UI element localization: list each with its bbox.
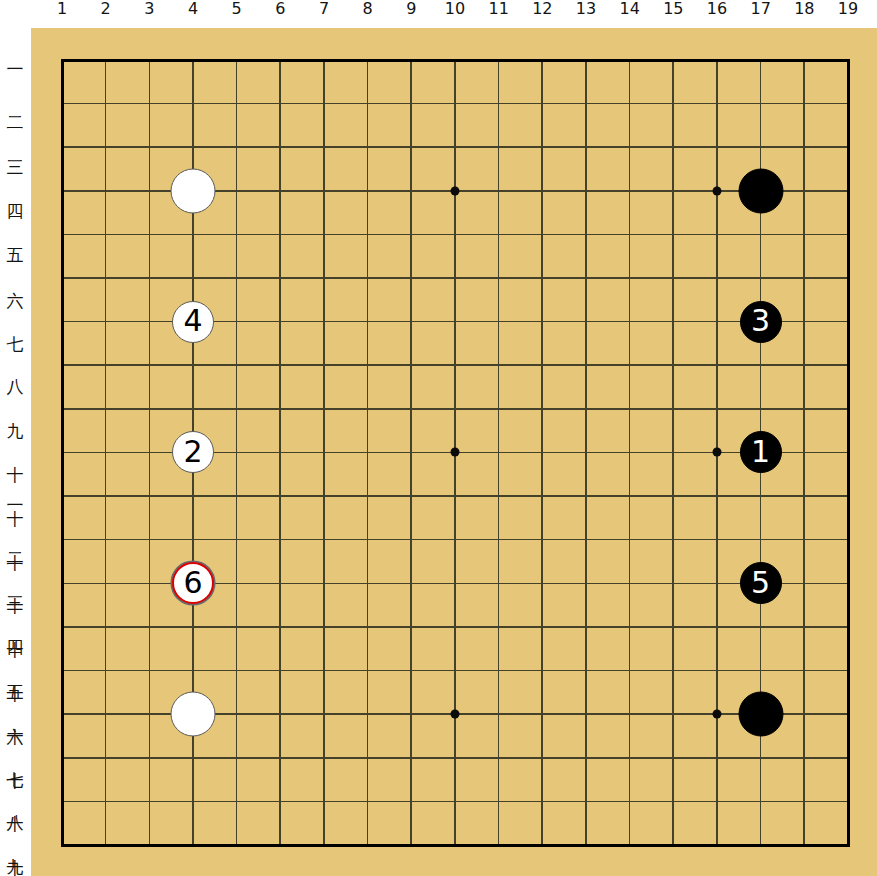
intersection-15-2[interactable]	[651, 82, 695, 126]
intersection-14-16[interactable]	[608, 692, 652, 736]
intersection-1-6[interactable]	[40, 256, 84, 300]
intersection-9-7[interactable]	[389, 300, 433, 344]
intersection-1-15[interactable]	[40, 649, 84, 693]
intersection-3-3[interactable]	[128, 125, 172, 169]
intersection-19-12[interactable]	[826, 518, 870, 562]
intersection-10-4[interactable]	[433, 169, 477, 213]
intersection-8-17[interactable]	[346, 736, 390, 780]
intersection-11-14[interactable]	[477, 605, 521, 649]
intersection-15-4[interactable]	[651, 169, 695, 213]
intersection-5-1[interactable]	[215, 38, 259, 82]
intersection-14-17[interactable]	[608, 736, 652, 780]
intersection-17-2[interactable]	[739, 82, 783, 126]
intersection-16-9[interactable]	[695, 387, 739, 431]
intersection-13-3[interactable]	[564, 125, 608, 169]
intersection-6-4[interactable]	[258, 169, 302, 213]
intersection-13-19[interactable]	[564, 823, 608, 867]
intersection-12-12[interactable]	[520, 518, 564, 562]
intersection-16-1[interactable]	[695, 38, 739, 82]
intersection-19-1[interactable]	[826, 38, 870, 82]
intersection-18-2[interactable]	[782, 82, 826, 126]
intersection-6-18[interactable]	[258, 780, 302, 824]
intersection-3-1[interactable]	[128, 38, 172, 82]
intersection-1-14[interactable]	[40, 605, 84, 649]
intersection-18-5[interactable]	[782, 213, 826, 257]
stone-black[interactable]	[738, 692, 783, 737]
intersection-15-1[interactable]	[651, 38, 695, 82]
intersection-7-6[interactable]	[302, 256, 346, 300]
intersection-9-2[interactable]	[389, 82, 433, 126]
intersection-5-18[interactable]	[215, 780, 259, 824]
intersection-11-16[interactable]	[477, 692, 521, 736]
intersection-14-14[interactable]	[608, 605, 652, 649]
intersection-14-3[interactable]	[608, 125, 652, 169]
intersection-19-3[interactable]	[826, 125, 870, 169]
intersection-3-18[interactable]	[128, 780, 172, 824]
intersection-4-3[interactable]	[171, 125, 215, 169]
intersection-1-19[interactable]	[40, 823, 84, 867]
intersection-6-12[interactable]	[258, 518, 302, 562]
intersection-16-8[interactable]	[695, 343, 739, 387]
intersection-12-5[interactable]	[520, 213, 564, 257]
intersection-2-9[interactable]	[84, 387, 128, 431]
intersection-18-4[interactable]	[782, 169, 826, 213]
intersection-17-9[interactable]	[739, 387, 783, 431]
intersection-6-10[interactable]	[258, 431, 302, 475]
intersection-19-19[interactable]	[826, 823, 870, 867]
intersection-13-9[interactable]	[564, 387, 608, 431]
intersection-2-2[interactable]	[84, 82, 128, 126]
intersection-12-7[interactable]	[520, 300, 564, 344]
stone-black-3[interactable]: 3	[740, 301, 782, 343]
intersection-14-13[interactable]	[608, 562, 652, 606]
intersection-11-9[interactable]	[477, 387, 521, 431]
intersection-5-13[interactable]	[215, 562, 259, 606]
intersection-12-8[interactable]	[520, 343, 564, 387]
intersection-17-12[interactable]	[739, 518, 783, 562]
intersection-2-13[interactable]	[84, 562, 128, 606]
intersection-9-1[interactable]	[389, 38, 433, 82]
intersection-1-16[interactable]	[40, 692, 84, 736]
intersection-16-6[interactable]	[695, 256, 739, 300]
intersection-1-18[interactable]	[40, 780, 84, 824]
intersection-3-15[interactable]	[128, 649, 172, 693]
intersection-10-16[interactable]	[433, 692, 477, 736]
intersection-4-2[interactable]	[171, 82, 215, 126]
intersection-14-4[interactable]	[608, 169, 652, 213]
intersection-16-3[interactable]	[695, 125, 739, 169]
intersection-16-7[interactable]	[695, 300, 739, 344]
intersection-9-14[interactable]	[389, 605, 433, 649]
intersection-10-8[interactable]	[433, 343, 477, 387]
intersection-1-3[interactable]	[40, 125, 84, 169]
intersection-4-19[interactable]	[171, 823, 215, 867]
intersection-19-7[interactable]	[826, 300, 870, 344]
intersection-4-18[interactable]	[171, 780, 215, 824]
intersection-5-2[interactable]	[215, 82, 259, 126]
intersection-3-5[interactable]	[128, 213, 172, 257]
intersection-10-7[interactable]	[433, 300, 477, 344]
intersection-14-15[interactable]	[608, 649, 652, 693]
intersection-5-12[interactable]	[215, 518, 259, 562]
intersection-8-18[interactable]	[346, 780, 390, 824]
intersection-11-15[interactable]	[477, 649, 521, 693]
intersection-1-5[interactable]	[40, 213, 84, 257]
intersection-8-16[interactable]	[346, 692, 390, 736]
intersection-10-15[interactable]	[433, 649, 477, 693]
intersection-5-19[interactable]	[215, 823, 259, 867]
intersection-14-6[interactable]	[608, 256, 652, 300]
intersection-11-8[interactable]	[477, 343, 521, 387]
intersection-14-9[interactable]	[608, 387, 652, 431]
intersection-15-8[interactable]	[651, 343, 695, 387]
intersection-11-12[interactable]	[477, 518, 521, 562]
intersection-17-4[interactable]	[739, 169, 783, 213]
intersection-10-10[interactable]	[433, 431, 477, 475]
intersection-3-4[interactable]	[128, 169, 172, 213]
intersection-11-5[interactable]	[477, 213, 521, 257]
intersection-18-3[interactable]	[782, 125, 826, 169]
intersection-15-15[interactable]	[651, 649, 695, 693]
intersection-18-6[interactable]	[782, 256, 826, 300]
intersection-13-13[interactable]	[564, 562, 608, 606]
intersection-4-4[interactable]	[171, 169, 215, 213]
intersection-19-2[interactable]	[826, 82, 870, 126]
intersection-6-1[interactable]	[258, 38, 302, 82]
intersection-4-14[interactable]	[171, 605, 215, 649]
intersection-12-11[interactable]	[520, 474, 564, 518]
intersection-7-5[interactable]	[302, 213, 346, 257]
intersection-15-3[interactable]	[651, 125, 695, 169]
intersection-3-10[interactable]	[128, 431, 172, 475]
intersection-18-13[interactable]	[782, 562, 826, 606]
intersection-3-11[interactable]	[128, 474, 172, 518]
intersection-1-7[interactable]	[40, 300, 84, 344]
intersection-17-6[interactable]	[739, 256, 783, 300]
intersection-9-4[interactable]	[389, 169, 433, 213]
intersection-10-11[interactable]	[433, 474, 477, 518]
intersection-6-6[interactable]	[258, 256, 302, 300]
intersection-19-11[interactable]	[826, 474, 870, 518]
intersection-8-2[interactable]	[346, 82, 390, 126]
intersection-9-3[interactable]	[389, 125, 433, 169]
intersection-7-9[interactable]	[302, 387, 346, 431]
intersection-14-1[interactable]	[608, 38, 652, 82]
intersection-11-10[interactable]	[477, 431, 521, 475]
intersection-5-11[interactable]	[215, 474, 259, 518]
intersection-2-8[interactable]	[84, 343, 128, 387]
intersection-15-9[interactable]	[651, 387, 695, 431]
intersection-1-1[interactable]	[40, 38, 84, 82]
intersection-1-4[interactable]	[40, 169, 84, 213]
intersection-9-10[interactable]	[389, 431, 433, 475]
intersection-9-8[interactable]	[389, 343, 433, 387]
intersection-4-6[interactable]	[171, 256, 215, 300]
intersection-13-1[interactable]	[564, 38, 608, 82]
intersection-16-10[interactable]	[695, 431, 739, 475]
stone-white-6[interactable]: 6	[172, 562, 214, 604]
intersection-16-19[interactable]	[695, 823, 739, 867]
intersection-10-13[interactable]	[433, 562, 477, 606]
intersection-15-13[interactable]	[651, 562, 695, 606]
intersection-10-12[interactable]	[433, 518, 477, 562]
intersection-15-6[interactable]	[651, 256, 695, 300]
intersection-15-19[interactable]	[651, 823, 695, 867]
intersection-3-2[interactable]	[128, 82, 172, 126]
intersection-4-16[interactable]	[171, 692, 215, 736]
intersection-8-1[interactable]	[346, 38, 390, 82]
intersection-9-16[interactable]	[389, 692, 433, 736]
intersection-8-12[interactable]	[346, 518, 390, 562]
intersection-17-7[interactable]: 3	[739, 300, 783, 344]
intersection-6-3[interactable]	[258, 125, 302, 169]
intersection-2-12[interactable]	[84, 518, 128, 562]
intersection-14-18[interactable]	[608, 780, 652, 824]
intersection-3-12[interactable]	[128, 518, 172, 562]
intersection-7-19[interactable]	[302, 823, 346, 867]
intersection-4-7[interactable]: 4	[171, 300, 215, 344]
intersection-5-14[interactable]	[215, 605, 259, 649]
intersection-12-1[interactable]	[520, 38, 564, 82]
intersection-14-8[interactable]	[608, 343, 652, 387]
intersection-7-16[interactable]	[302, 692, 346, 736]
intersection-15-7[interactable]	[651, 300, 695, 344]
intersection-2-19[interactable]	[84, 823, 128, 867]
intersection-7-13[interactable]	[302, 562, 346, 606]
intersection-6-14[interactable]	[258, 605, 302, 649]
intersection-9-6[interactable]	[389, 256, 433, 300]
intersection-19-9[interactable]	[826, 387, 870, 431]
intersection-9-18[interactable]	[389, 780, 433, 824]
intersection-2-10[interactable]	[84, 431, 128, 475]
intersection-19-14[interactable]	[826, 605, 870, 649]
intersection-18-19[interactable]	[782, 823, 826, 867]
intersection-15-16[interactable]	[651, 692, 695, 736]
intersection-1-2[interactable]	[40, 82, 84, 126]
intersection-14-7[interactable]	[608, 300, 652, 344]
intersection-3-8[interactable]	[128, 343, 172, 387]
intersection-12-3[interactable]	[520, 125, 564, 169]
intersection-13-7[interactable]	[564, 300, 608, 344]
intersection-17-18[interactable]	[739, 780, 783, 824]
intersection-8-7[interactable]	[346, 300, 390, 344]
intersection-5-17[interactable]	[215, 736, 259, 780]
intersection-6-2[interactable]	[258, 82, 302, 126]
intersection-19-8[interactable]	[826, 343, 870, 387]
stone-black[interactable]	[738, 168, 783, 213]
intersection-13-6[interactable]	[564, 256, 608, 300]
intersection-2-11[interactable]	[84, 474, 128, 518]
intersection-12-2[interactable]	[520, 82, 564, 126]
intersection-10-19[interactable]	[433, 823, 477, 867]
intersection-10-3[interactable]	[433, 125, 477, 169]
intersection-19-16[interactable]	[826, 692, 870, 736]
intersection-12-9[interactable]	[520, 387, 564, 431]
intersection-7-2[interactable]	[302, 82, 346, 126]
intersection-17-17[interactable]	[739, 736, 783, 780]
intersection-9-17[interactable]	[389, 736, 433, 780]
intersection-7-17[interactable]	[302, 736, 346, 780]
intersection-17-14[interactable]	[739, 605, 783, 649]
intersection-16-15[interactable]	[695, 649, 739, 693]
intersection-16-16[interactable]	[695, 692, 739, 736]
intersection-4-12[interactable]	[171, 518, 215, 562]
intersection-5-6[interactable]	[215, 256, 259, 300]
intersection-2-7[interactable]	[84, 300, 128, 344]
intersection-10-17[interactable]	[433, 736, 477, 780]
intersection-8-8[interactable]	[346, 343, 390, 387]
intersection-16-17[interactable]	[695, 736, 739, 780]
intersection-6-5[interactable]	[258, 213, 302, 257]
intersection-18-9[interactable]	[782, 387, 826, 431]
intersection-12-17[interactable]	[520, 736, 564, 780]
intersection-6-19[interactable]	[258, 823, 302, 867]
intersection-12-14[interactable]	[520, 605, 564, 649]
intersection-2-14[interactable]	[84, 605, 128, 649]
intersection-7-14[interactable]	[302, 605, 346, 649]
intersection-5-3[interactable]	[215, 125, 259, 169]
intersection-9-9[interactable]	[389, 387, 433, 431]
intersection-13-12[interactable]	[564, 518, 608, 562]
intersection-9-19[interactable]	[389, 823, 433, 867]
intersection-16-5[interactable]	[695, 213, 739, 257]
intersection-11-4[interactable]	[477, 169, 521, 213]
intersection-11-19[interactable]	[477, 823, 521, 867]
intersection-3-14[interactable]	[128, 605, 172, 649]
intersection-5-4[interactable]	[215, 169, 259, 213]
intersection-12-19[interactable]	[520, 823, 564, 867]
intersection-18-7[interactable]	[782, 300, 826, 344]
intersection-19-5[interactable]	[826, 213, 870, 257]
intersection-3-7[interactable]	[128, 300, 172, 344]
intersection-5-5[interactable]	[215, 213, 259, 257]
stone-white[interactable]	[170, 168, 215, 213]
intersection-10-18[interactable]	[433, 780, 477, 824]
intersection-14-5[interactable]	[608, 213, 652, 257]
intersection-7-18[interactable]	[302, 780, 346, 824]
intersection-2-17[interactable]	[84, 736, 128, 780]
intersection-8-19[interactable]	[346, 823, 390, 867]
intersection-18-10[interactable]	[782, 431, 826, 475]
intersection-4-11[interactable]	[171, 474, 215, 518]
intersection-12-6[interactable]	[520, 256, 564, 300]
intersection-7-12[interactable]	[302, 518, 346, 562]
intersection-6-13[interactable]	[258, 562, 302, 606]
intersection-11-6[interactable]	[477, 256, 521, 300]
intersection-11-1[interactable]	[477, 38, 521, 82]
intersection-18-15[interactable]	[782, 649, 826, 693]
intersection-6-15[interactable]	[258, 649, 302, 693]
stone-white[interactable]	[170, 692, 215, 737]
intersection-11-11[interactable]	[477, 474, 521, 518]
intersection-13-17[interactable]	[564, 736, 608, 780]
intersection-3-17[interactable]	[128, 736, 172, 780]
intersection-10-2[interactable]	[433, 82, 477, 126]
intersection-8-11[interactable]	[346, 474, 390, 518]
intersection-8-13[interactable]	[346, 562, 390, 606]
intersection-9-11[interactable]	[389, 474, 433, 518]
intersection-1-8[interactable]	[40, 343, 84, 387]
intersection-7-4[interactable]	[302, 169, 346, 213]
intersection-9-5[interactable]	[389, 213, 433, 257]
intersection-16-13[interactable]	[695, 562, 739, 606]
intersection-1-17[interactable]	[40, 736, 84, 780]
intersection-3-19[interactable]	[128, 823, 172, 867]
intersection-13-10[interactable]	[564, 431, 608, 475]
intersection-19-17[interactable]	[826, 736, 870, 780]
intersection-13-8[interactable]	[564, 343, 608, 387]
intersection-19-10[interactable]	[826, 431, 870, 475]
intersection-14-19[interactable]	[608, 823, 652, 867]
intersection-15-17[interactable]	[651, 736, 695, 780]
intersection-6-8[interactable]	[258, 343, 302, 387]
intersection-1-11[interactable]	[40, 474, 84, 518]
intersection-17-15[interactable]	[739, 649, 783, 693]
intersection-15-14[interactable]	[651, 605, 695, 649]
intersection-11-7[interactable]	[477, 300, 521, 344]
intersection-10-9[interactable]	[433, 387, 477, 431]
intersection-8-6[interactable]	[346, 256, 390, 300]
intersection-16-18[interactable]	[695, 780, 739, 824]
intersection-1-9[interactable]	[40, 387, 84, 431]
intersection-8-10[interactable]	[346, 431, 390, 475]
intersection-4-13[interactable]: 6	[171, 562, 215, 606]
intersection-5-8[interactable]	[215, 343, 259, 387]
intersection-11-2[interactable]	[477, 82, 521, 126]
intersection-8-14[interactable]	[346, 605, 390, 649]
intersection-11-18[interactable]	[477, 780, 521, 824]
intersection-19-4[interactable]	[826, 169, 870, 213]
intersection-5-9[interactable]	[215, 387, 259, 431]
intersection-6-7[interactable]	[258, 300, 302, 344]
intersection-18-16[interactable]	[782, 692, 826, 736]
intersection-2-15[interactable]	[84, 649, 128, 693]
intersection-8-15[interactable]	[346, 649, 390, 693]
intersection-3-16[interactable]	[128, 692, 172, 736]
intersection-16-11[interactable]	[695, 474, 739, 518]
intersection-10-14[interactable]	[433, 605, 477, 649]
intersection-1-13[interactable]	[40, 562, 84, 606]
intersection-5-10[interactable]	[215, 431, 259, 475]
intersection-18-12[interactable]	[782, 518, 826, 562]
intersection-11-3[interactable]	[477, 125, 521, 169]
intersection-18-1[interactable]	[782, 38, 826, 82]
stone-white-4[interactable]: 4	[172, 301, 214, 343]
intersection-13-5[interactable]	[564, 213, 608, 257]
intersection-12-4[interactable]	[520, 169, 564, 213]
intersection-18-18[interactable]	[782, 780, 826, 824]
intersection-2-1[interactable]	[84, 38, 128, 82]
intersection-18-8[interactable]	[782, 343, 826, 387]
intersection-7-8[interactable]	[302, 343, 346, 387]
intersection-5-7[interactable]	[215, 300, 259, 344]
intersection-2-18[interactable]	[84, 780, 128, 824]
intersection-16-12[interactable]	[695, 518, 739, 562]
intersection-11-13[interactable]	[477, 562, 521, 606]
intersection-7-10[interactable]	[302, 431, 346, 475]
intersection-19-18[interactable]	[826, 780, 870, 824]
intersection-17-3[interactable]	[739, 125, 783, 169]
intersection-4-1[interactable]	[171, 38, 215, 82]
intersection-17-19[interactable]	[739, 823, 783, 867]
intersection-13-11[interactable]	[564, 474, 608, 518]
intersection-6-9[interactable]	[258, 387, 302, 431]
intersection-9-12[interactable]	[389, 518, 433, 562]
intersection-15-11[interactable]	[651, 474, 695, 518]
intersection-8-9[interactable]	[346, 387, 390, 431]
intersection-13-18[interactable]	[564, 780, 608, 824]
intersection-9-15[interactable]	[389, 649, 433, 693]
